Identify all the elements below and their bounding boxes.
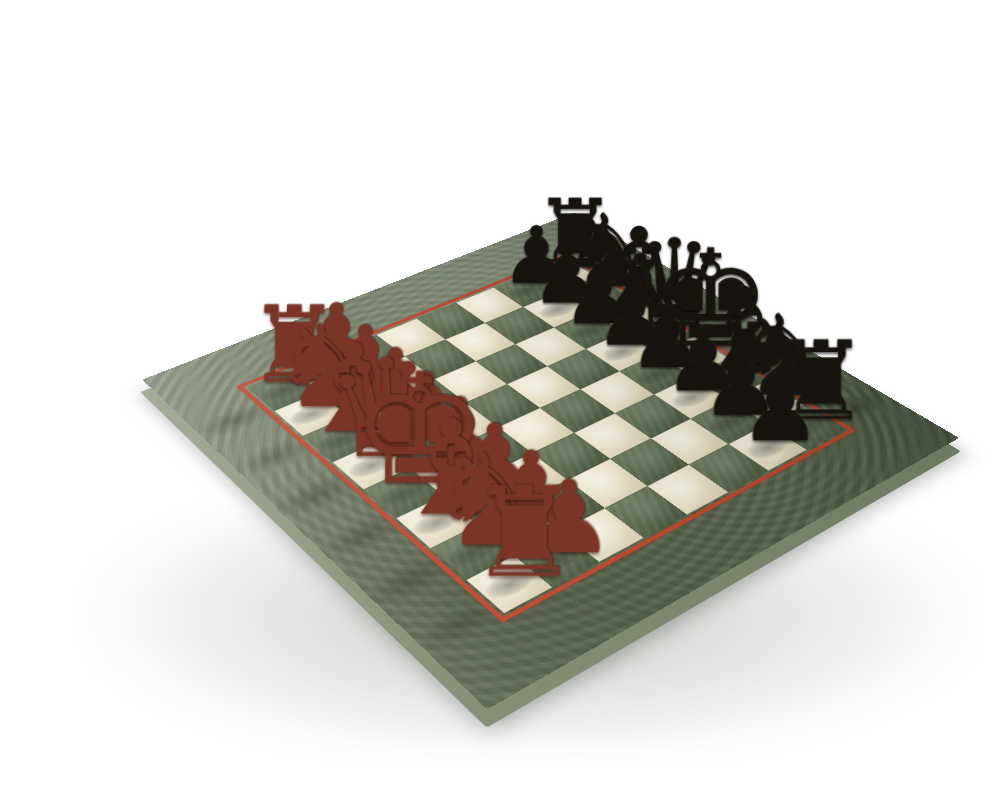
studio-scene: ♜♟♟♜♞♟♟♞♝♟♟♝♛♟♟♛♚♟♟♚♝♟♟♝♞♟♟♞♜♟♟♜ bbox=[0, 0, 1000, 800]
piece-black-bishop: ♝ bbox=[686, 272, 802, 388]
piece-black-rook: ♜ bbox=[527, 187, 621, 281]
piece-black-bishop: ♝ bbox=[584, 213, 693, 322]
piece-black-rook: ♜ bbox=[766, 327, 875, 436]
square-h6[interactable] bbox=[689, 444, 769, 492]
page: { "game": { "type": "chess", "descriptio… bbox=[0, 0, 1000, 800]
piece-white-rook: ♜ bbox=[241, 293, 346, 398]
piece-black-knight: ♞ bbox=[555, 200, 656, 301]
piece-black-king: ♚ bbox=[643, 232, 778, 367]
piece-black-knight: ♞ bbox=[725, 299, 837, 411]
